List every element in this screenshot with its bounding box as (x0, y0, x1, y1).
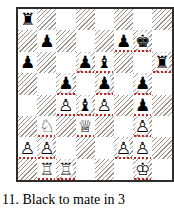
white-pawn-icon: ♙ (20, 138, 35, 159)
square-b8 (37, 9, 56, 30)
square-a6: ♟ (18, 52, 37, 73)
black-pawn-icon: ♟ (39, 31, 54, 52)
white-king-icon: ♔ (135, 159, 150, 180)
square-f8 (114, 9, 133, 30)
square-b7: ♟ (37, 30, 56, 51)
square-e5: ♟ (95, 73, 114, 94)
puzzle-caption: 11. Black to mate in 3 (2, 192, 172, 208)
black-bishop-icon: ♝ (97, 52, 112, 73)
square-a8: ♜ (18, 9, 37, 30)
square-b2: ♙ (37, 137, 56, 158)
square-h7 (152, 30, 171, 51)
white-knight-icon: ♘ (39, 116, 54, 137)
square-a5 (18, 73, 37, 94)
square-e4: ♙ (95, 95, 114, 116)
black-pawn-icon: ♟ (116, 31, 131, 52)
square-h5 (152, 73, 171, 94)
black-pawn-icon: ♟ (135, 73, 150, 94)
white-rook-icon: ♖ (39, 159, 54, 180)
black-king-icon: ♚ (135, 31, 150, 52)
square-e3 (95, 116, 114, 137)
square-f1 (114, 159, 133, 180)
square-c7 (56, 30, 75, 51)
square-d7 (76, 30, 95, 51)
square-b3: ♘ (37, 116, 56, 137)
black-pawn-icon: ♟ (58, 73, 73, 94)
square-d8 (76, 9, 95, 30)
white-pawn-icon: ♙ (58, 95, 73, 116)
square-d3: ♕ (76, 116, 95, 137)
white-pawn-icon: ♙ (39, 138, 54, 159)
square-g8 (133, 9, 152, 30)
square-f6 (114, 52, 133, 73)
square-b4 (37, 95, 56, 116)
black-pawn-icon: ♟ (78, 52, 93, 73)
square-c6 (56, 52, 75, 73)
square-f2: ♙ (114, 137, 133, 158)
square-g5: ♟ (133, 73, 152, 94)
square-h3 (152, 116, 171, 137)
square-a7 (18, 30, 37, 51)
square-e2 (95, 137, 114, 158)
square-d1 (76, 159, 95, 180)
square-g2: ♙ (133, 137, 152, 158)
square-a3 (18, 116, 37, 137)
square-g1: ♔ (133, 159, 152, 180)
square-e8 (95, 9, 114, 30)
square-e7 (95, 30, 114, 51)
black-pawn-icon: ♟ (135, 95, 150, 116)
white-pawn-icon: ♙ (116, 138, 131, 159)
square-g4: ♟ (133, 95, 152, 116)
black-rook-icon: ♜ (20, 9, 35, 30)
square-b1: ♖ (37, 159, 56, 180)
white-pawn-icon: ♙ (135, 116, 150, 137)
square-f7: ♟ (114, 30, 133, 51)
square-g7: ♚ (133, 30, 152, 51)
square-a1 (18, 159, 37, 180)
square-c2 (56, 137, 75, 158)
square-h8 (152, 9, 171, 30)
square-g6 (133, 52, 152, 73)
black-bishop-icon: ♝ (78, 95, 93, 116)
white-queen-icon: ♕ (78, 116, 93, 137)
square-a4 (18, 95, 37, 116)
square-f3 (114, 116, 133, 137)
square-d4: ♝ (76, 95, 95, 116)
chess-board: ♜♟♟♚♟♟♝♜♟♟♟♙♝♙♟♘♕♙♙♙♙♙♖♖♔ (16, 7, 174, 182)
black-pawn-icon: ♟ (20, 52, 35, 73)
square-e1 (95, 159, 114, 180)
square-b5 (37, 73, 56, 94)
white-pawn-icon: ♙ (135, 138, 150, 159)
square-h6: ♜ (152, 52, 171, 73)
square-c8 (56, 9, 75, 30)
square-d2 (76, 137, 95, 158)
square-f4 (114, 95, 133, 116)
square-h1 (152, 159, 171, 180)
square-c5: ♟ (56, 73, 75, 94)
square-c4: ♙ (56, 95, 75, 116)
square-h2 (152, 137, 171, 158)
square-c3 (56, 116, 75, 137)
black-pawn-icon: ♟ (97, 73, 112, 94)
square-d5 (76, 73, 95, 94)
square-a2: ♙ (18, 137, 37, 158)
square-b6 (37, 52, 56, 73)
square-h4 (152, 95, 171, 116)
square-g3: ♙ (133, 116, 152, 137)
square-e6: ♝ (95, 52, 114, 73)
square-c1: ♖ (56, 159, 75, 180)
square-d6: ♟ (76, 52, 95, 73)
white-pawn-icon: ♙ (97, 95, 112, 116)
square-f5 (114, 73, 133, 94)
black-rook-icon: ♜ (154, 52, 169, 73)
white-rook-icon: ♖ (58, 159, 73, 180)
